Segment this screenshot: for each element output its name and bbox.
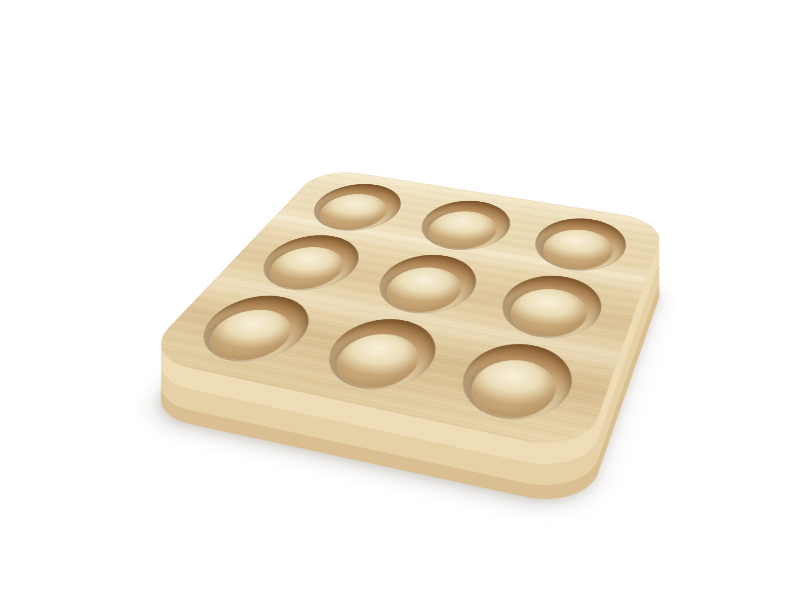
ball-r3c2[interactable] bbox=[322, 328, 430, 395]
hole-r2c1[interactable] bbox=[245, 229, 373, 297]
hole-r1c2[interactable] bbox=[408, 195, 521, 256]
ball-r3c1[interactable] bbox=[194, 304, 304, 367]
ball-r1c3[interactable] bbox=[535, 225, 620, 275]
ball-r2c2[interactable] bbox=[375, 262, 471, 318]
ball-r2c3[interactable] bbox=[501, 284, 595, 343]
hole-r3c3[interactable] bbox=[447, 336, 584, 430]
hole-r1c1[interactable] bbox=[298, 179, 414, 237]
ball-r1c1[interactable] bbox=[308, 190, 397, 234]
ball-r1c2[interactable] bbox=[418, 207, 505, 254]
hole-r2c3[interactable] bbox=[489, 269, 611, 346]
product-photo-scene bbox=[0, 0, 800, 600]
ball-r3c3[interactable] bbox=[460, 354, 565, 426]
ball-r2c1[interactable] bbox=[256, 242, 354, 294]
hole-r2c2[interactable] bbox=[364, 249, 489, 322]
hole-r3c2[interactable] bbox=[310, 312, 450, 399]
